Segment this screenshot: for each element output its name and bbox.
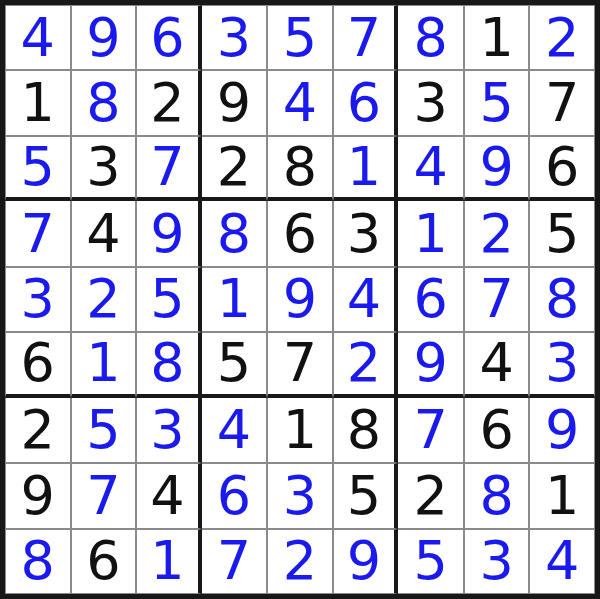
sudoku-cell-r7c7[interactable]: 7 [398, 398, 464, 463]
sudoku-cell-r3c8[interactable]: 9 [464, 136, 530, 201]
sudoku-cell-r1c8[interactable]: 1 [464, 5, 530, 70]
sudoku-cell-r8c6[interactable]: 5 [333, 463, 399, 528]
sudoku-cell-r2c5[interactable]: 4 [267, 70, 333, 135]
sudoku-cell-r1c9[interactable]: 2 [529, 5, 595, 70]
sudoku-cell-r7c3[interactable]: 3 [136, 398, 202, 463]
sudoku-cell-r6c3[interactable]: 8 [136, 332, 202, 397]
sudoku-cell-r5c4[interactable]: 1 [202, 267, 268, 332]
sudoku-cell-r7c4[interactable]: 4 [202, 398, 268, 463]
sudoku-cell-r2c8[interactable]: 5 [464, 70, 530, 135]
sudoku-cell-r3c2[interactable]: 3 [71, 136, 137, 201]
sudoku-cell-r2c1[interactable]: 1 [5, 70, 71, 135]
sudoku-cell-r1c6[interactable]: 7 [333, 5, 399, 70]
sudoku-cell-r4c4[interactable]: 8 [202, 201, 268, 266]
sudoku-cell-r2c2[interactable]: 8 [71, 70, 137, 135]
sudoku-cell-r3c6[interactable]: 1 [333, 136, 399, 201]
sudoku-cell-r2c7[interactable]: 3 [398, 70, 464, 135]
sudoku-cell-r3c4[interactable]: 2 [202, 136, 268, 201]
sudoku-cell-r1c1[interactable]: 4 [5, 5, 71, 70]
sudoku-cell-r7c8[interactable]: 6 [464, 398, 530, 463]
sudoku-cell-r2c3[interactable]: 2 [136, 70, 202, 135]
sudoku-cell-r9c2[interactable]: 6 [71, 529, 137, 594]
sudoku-cell-r6c6[interactable]: 2 [333, 332, 399, 397]
sudoku-cell-r8c5[interactable]: 3 [267, 463, 333, 528]
sudoku-cell-r7c5[interactable]: 1 [267, 398, 333, 463]
sudoku-cell-r5c6[interactable]: 4 [333, 267, 399, 332]
sudoku-cell-r7c2[interactable]: 5 [71, 398, 137, 463]
sudoku-cell-r9c3[interactable]: 1 [136, 529, 202, 594]
sudoku-cell-r5c2[interactable]: 2 [71, 267, 137, 332]
sudoku-cell-r8c7[interactable]: 2 [398, 463, 464, 528]
sudoku-cell-r5c3[interactable]: 5 [136, 267, 202, 332]
sudoku-cell-r4c5[interactable]: 6 [267, 201, 333, 266]
sudoku-cell-r6c9[interactable]: 3 [529, 332, 595, 397]
sudoku-cell-r9c5[interactable]: 2 [267, 529, 333, 594]
sudoku-cell-r6c2[interactable]: 1 [71, 332, 137, 397]
sudoku-cell-r6c4[interactable]: 5 [202, 332, 268, 397]
sudoku-cell-r5c8[interactable]: 7 [464, 267, 530, 332]
sudoku-cell-r9c7[interactable]: 5 [398, 529, 464, 594]
sudoku-cell-r6c5[interactable]: 7 [267, 332, 333, 397]
sudoku-cell-r7c9[interactable]: 9 [529, 398, 595, 463]
sudoku-cell-r8c4[interactable]: 6 [202, 463, 268, 528]
sudoku-cell-r4c6[interactable]: 3 [333, 201, 399, 266]
sudoku-cell-r4c2[interactable]: 4 [71, 201, 137, 266]
sudoku-cell-r9c1[interactable]: 8 [5, 529, 71, 594]
sudoku-cell-r1c3[interactable]: 6 [136, 5, 202, 70]
sudoku-cell-r1c7[interactable]: 8 [398, 5, 464, 70]
sudoku-cell-r3c1[interactable]: 5 [5, 136, 71, 201]
sudoku-cell-r8c3[interactable]: 4 [136, 463, 202, 528]
sudoku-cell-r5c7[interactable]: 6 [398, 267, 464, 332]
sudoku-cell-r8c8[interactable]: 8 [464, 463, 530, 528]
sudoku-cell-r4c1[interactable]: 7 [5, 201, 71, 266]
sudoku-cell-r1c5[interactable]: 5 [267, 5, 333, 70]
sudoku-cell-r3c9[interactable]: 6 [529, 136, 595, 201]
sudoku-cell-r1c2[interactable]: 9 [71, 5, 137, 70]
sudoku-cell-r4c9[interactable]: 5 [529, 201, 595, 266]
sudoku-cell-r2c9[interactable]: 7 [529, 70, 595, 135]
sudoku-board: 4963578121829463575372814967498631253251… [0, 0, 600, 599]
sudoku-cell-r6c8[interactable]: 4 [464, 332, 530, 397]
sudoku-cell-r6c1[interactable]: 6 [5, 332, 71, 397]
sudoku-cell-r8c2[interactable]: 7 [71, 463, 137, 528]
sudoku-cell-r3c5[interactable]: 8 [267, 136, 333, 201]
sudoku-cell-r9c8[interactable]: 3 [464, 529, 530, 594]
sudoku-cell-r9c6[interactable]: 9 [333, 529, 399, 594]
sudoku-cell-r7c6[interactable]: 8 [333, 398, 399, 463]
sudoku-cell-r6c7[interactable]: 9 [398, 332, 464, 397]
sudoku-cell-r5c1[interactable]: 3 [5, 267, 71, 332]
sudoku-cell-r9c9[interactable]: 4 [529, 529, 595, 594]
sudoku-cell-r3c3[interactable]: 7 [136, 136, 202, 201]
sudoku-cell-r3c7[interactable]: 4 [398, 136, 464, 201]
sudoku-cell-r8c1[interactable]: 9 [5, 463, 71, 528]
sudoku-cell-r2c6[interactable]: 6 [333, 70, 399, 135]
sudoku-cell-r2c4[interactable]: 9 [202, 70, 268, 135]
sudoku-cell-r9c4[interactable]: 7 [202, 529, 268, 594]
sudoku-cell-r7c1[interactable]: 2 [5, 398, 71, 463]
sudoku-cell-r5c9[interactable]: 8 [529, 267, 595, 332]
sudoku-cell-r1c4[interactable]: 3 [202, 5, 268, 70]
sudoku-cell-r5c5[interactable]: 9 [267, 267, 333, 332]
sudoku-cell-r4c3[interactable]: 9 [136, 201, 202, 266]
sudoku-cell-r4c7[interactable]: 1 [398, 201, 464, 266]
sudoku-cell-r4c8[interactable]: 2 [464, 201, 530, 266]
sudoku-cell-r8c9[interactable]: 1 [529, 463, 595, 528]
